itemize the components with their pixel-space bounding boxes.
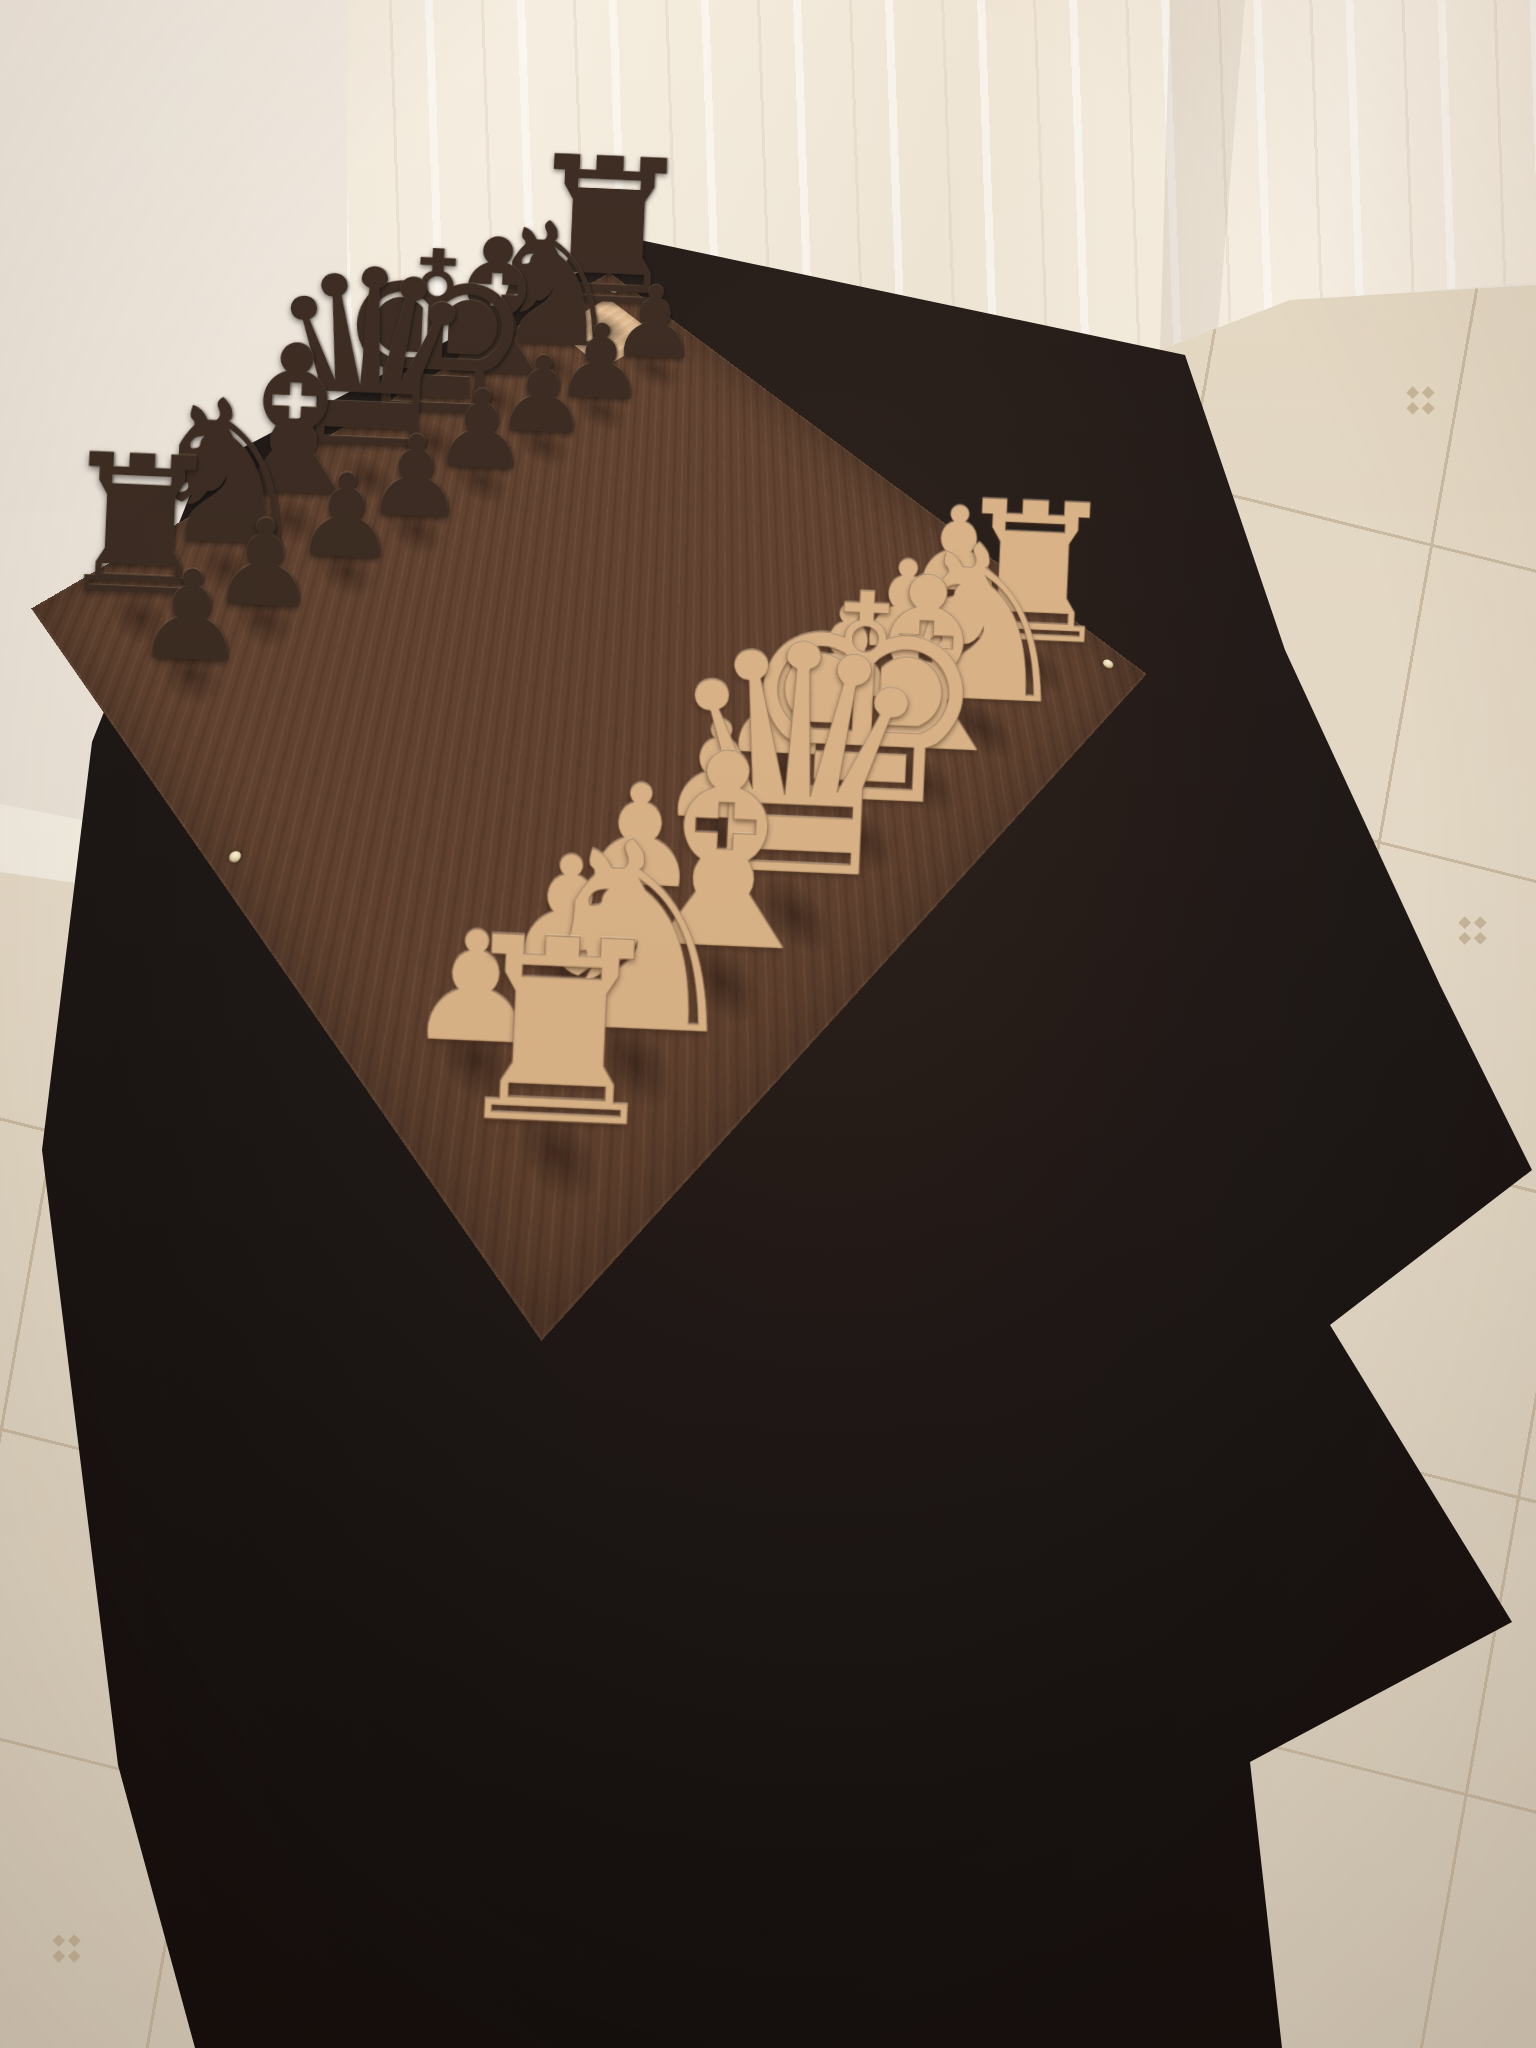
tile-motif-icon — [60, 1942, 73, 1955]
tile-motif-icon — [1466, 924, 1479, 937]
pawn-glyph: ♟ — [54, 550, 328, 683]
photo-scene: ♜♟♟♜♞♟♟♞♝♟♟♝♚♟♟♚♛♟♟♛♝♟♟♝♞♟♟♞♜♟♟♜ — [0, 0, 1536, 2048]
rook-glyph: ♜ — [381, 903, 738, 1166]
tile-motif-icon — [1414, 394, 1427, 407]
screw-icon — [227, 849, 243, 865]
